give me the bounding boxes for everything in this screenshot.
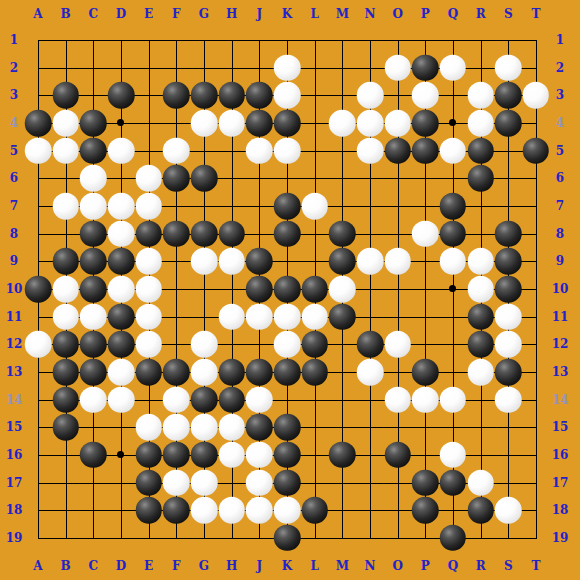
- intersection-O6[interactable]: [384, 165, 412, 193]
- intersection-L2[interactable]: [301, 54, 329, 82]
- intersection-F12[interactable]: [163, 331, 191, 359]
- intersection-G15[interactable]: [190, 413, 218, 441]
- intersection-T3[interactable]: [522, 82, 550, 110]
- intersection-F9[interactable]: [163, 248, 191, 276]
- intersection-J2[interactable]: [246, 54, 274, 82]
- intersection-E6[interactable]: [135, 165, 163, 193]
- intersection-A5[interactable]: [24, 137, 52, 165]
- intersection-E18[interactable]: [135, 496, 163, 524]
- intersection-R4[interactable]: [467, 109, 495, 137]
- intersection-B19[interactable]: [52, 524, 80, 552]
- intersection-N5[interactable]: [356, 137, 384, 165]
- intersection-B14[interactable]: [52, 386, 80, 414]
- intersection-T10[interactable]: [522, 275, 550, 303]
- intersection-T14[interactable]: [522, 386, 550, 414]
- intersection-L3[interactable]: [301, 82, 329, 110]
- intersection-P11[interactable]: [411, 303, 439, 331]
- intersection-R15[interactable]: [467, 413, 495, 441]
- intersection-S7[interactable]: [494, 192, 522, 220]
- intersection-C15[interactable]: [80, 413, 108, 441]
- intersection-N18[interactable]: [356, 496, 384, 524]
- intersection-C7[interactable]: [80, 192, 108, 220]
- intersection-R13[interactable]: [467, 358, 495, 386]
- intersection-T17[interactable]: [522, 469, 550, 497]
- intersection-E14[interactable]: [135, 386, 163, 414]
- intersection-G2[interactable]: [190, 54, 218, 82]
- intersection-O19[interactable]: [384, 524, 412, 552]
- intersection-A15[interactable]: [24, 413, 52, 441]
- intersection-G16[interactable]: [190, 441, 218, 469]
- intersection-C5[interactable]: [80, 137, 108, 165]
- intersection-E12[interactable]: [135, 331, 163, 359]
- intersection-R3[interactable]: [467, 82, 495, 110]
- intersection-D15[interactable]: [107, 413, 135, 441]
- intersection-L14[interactable]: [301, 386, 329, 414]
- intersection-A17[interactable]: [24, 469, 52, 497]
- intersection-F4[interactable]: [163, 109, 191, 137]
- intersection-R10[interactable]: [467, 275, 495, 303]
- intersection-L10[interactable]: [301, 275, 329, 303]
- intersection-E8[interactable]: [135, 220, 163, 248]
- intersection-E1[interactable]: [135, 26, 163, 54]
- intersection-K8[interactable]: [273, 220, 301, 248]
- intersection-E11[interactable]: [135, 303, 163, 331]
- intersection-R5[interactable]: [467, 137, 495, 165]
- intersection-N7[interactable]: [356, 192, 384, 220]
- intersection-A6[interactable]: [24, 165, 52, 193]
- intersection-P19[interactable]: [411, 524, 439, 552]
- intersection-A7[interactable]: [24, 192, 52, 220]
- intersection-B9[interactable]: [52, 248, 80, 276]
- intersection-G17[interactable]: [190, 469, 218, 497]
- intersection-G1[interactable]: [190, 26, 218, 54]
- intersection-D17[interactable]: [107, 469, 135, 497]
- intersection-G18[interactable]: [190, 496, 218, 524]
- intersection-H1[interactable]: [218, 26, 246, 54]
- intersection-J4[interactable]: [246, 109, 274, 137]
- intersection-T8[interactable]: [522, 220, 550, 248]
- intersection-K12[interactable]: [273, 331, 301, 359]
- intersection-B17[interactable]: [52, 469, 80, 497]
- intersection-N19[interactable]: [356, 524, 384, 552]
- intersection-F8[interactable]: [163, 220, 191, 248]
- intersection-H2[interactable]: [218, 54, 246, 82]
- intersection-E17[interactable]: [135, 469, 163, 497]
- intersection-F10[interactable]: [163, 275, 191, 303]
- intersection-L7[interactable]: [301, 192, 329, 220]
- intersection-L17[interactable]: [301, 469, 329, 497]
- intersection-E3[interactable]: [135, 82, 163, 110]
- intersection-Q12[interactable]: [439, 331, 467, 359]
- intersection-G12[interactable]: [190, 331, 218, 359]
- intersection-F2[interactable]: [163, 54, 191, 82]
- intersection-R17[interactable]: [467, 469, 495, 497]
- intersection-M14[interactable]: [329, 386, 357, 414]
- intersection-G10[interactable]: [190, 275, 218, 303]
- intersection-F1[interactable]: [163, 26, 191, 54]
- intersection-C6[interactable]: [80, 165, 108, 193]
- intersection-S9[interactable]: [494, 248, 522, 276]
- intersection-Q3[interactable]: [439, 82, 467, 110]
- intersection-P3[interactable]: [411, 82, 439, 110]
- intersection-T2[interactable]: [522, 54, 550, 82]
- intersection-J5[interactable]: [246, 137, 274, 165]
- intersection-K14[interactable]: [273, 386, 301, 414]
- intersection-M7[interactable]: [329, 192, 357, 220]
- intersection-J6[interactable]: [246, 165, 274, 193]
- intersection-R14[interactable]: [467, 386, 495, 414]
- intersection-D9[interactable]: [107, 248, 135, 276]
- intersection-P14[interactable]: [411, 386, 439, 414]
- intersection-R11[interactable]: [467, 303, 495, 331]
- intersection-S6[interactable]: [494, 165, 522, 193]
- intersection-N9[interactable]: [356, 248, 384, 276]
- intersection-B8[interactable]: [52, 220, 80, 248]
- intersection-G7[interactable]: [190, 192, 218, 220]
- intersection-O18[interactable]: [384, 496, 412, 524]
- intersection-R9[interactable]: [467, 248, 495, 276]
- intersection-S4[interactable]: [494, 109, 522, 137]
- intersection-H8[interactable]: [218, 220, 246, 248]
- intersection-B3[interactable]: [52, 82, 80, 110]
- intersection-N17[interactable]: [356, 469, 384, 497]
- intersection-T6[interactable]: [522, 165, 550, 193]
- intersection-N16[interactable]: [356, 441, 384, 469]
- intersection-G14[interactable]: [190, 386, 218, 414]
- intersection-G5[interactable]: [190, 137, 218, 165]
- intersection-G13[interactable]: [190, 358, 218, 386]
- intersection-E16[interactable]: [135, 441, 163, 469]
- intersection-B1[interactable]: [52, 26, 80, 54]
- intersection-D4[interactable]: [107, 109, 135, 137]
- intersection-J18[interactable]: [246, 496, 274, 524]
- intersection-O14[interactable]: [384, 386, 412, 414]
- intersection-E4[interactable]: [135, 109, 163, 137]
- intersection-C3[interactable]: [80, 82, 108, 110]
- intersection-R2[interactable]: [467, 54, 495, 82]
- intersection-D5[interactable]: [107, 137, 135, 165]
- intersection-D6[interactable]: [107, 165, 135, 193]
- intersection-A16[interactable]: [24, 441, 52, 469]
- intersection-O7[interactable]: [384, 192, 412, 220]
- intersection-L8[interactable]: [301, 220, 329, 248]
- intersection-F11[interactable]: [163, 303, 191, 331]
- intersection-C19[interactable]: [80, 524, 108, 552]
- intersection-C10[interactable]: [80, 275, 108, 303]
- intersection-M8[interactable]: [329, 220, 357, 248]
- intersection-P15[interactable]: [411, 413, 439, 441]
- intersection-G4[interactable]: [190, 109, 218, 137]
- intersection-L1[interactable]: [301, 26, 329, 54]
- intersection-B12[interactable]: [52, 331, 80, 359]
- intersection-K2[interactable]: [273, 54, 301, 82]
- intersection-K16[interactable]: [273, 441, 301, 469]
- intersection-L9[interactable]: [301, 248, 329, 276]
- intersection-D7[interactable]: [107, 192, 135, 220]
- intersection-S15[interactable]: [494, 413, 522, 441]
- intersection-S1[interactable]: [494, 26, 522, 54]
- intersection-T7[interactable]: [522, 192, 550, 220]
- intersection-H15[interactable]: [218, 413, 246, 441]
- intersection-J8[interactable]: [246, 220, 274, 248]
- intersection-M10[interactable]: [329, 275, 357, 303]
- intersection-M4[interactable]: [329, 109, 357, 137]
- intersection-M9[interactable]: [329, 248, 357, 276]
- intersection-D11[interactable]: [107, 303, 135, 331]
- intersection-Q8[interactable]: [439, 220, 467, 248]
- intersection-B2[interactable]: [52, 54, 80, 82]
- intersection-N10[interactable]: [356, 275, 384, 303]
- intersection-Q11[interactable]: [439, 303, 467, 331]
- intersection-H19[interactable]: [218, 524, 246, 552]
- intersection-C13[interactable]: [80, 358, 108, 386]
- intersection-M5[interactable]: [329, 137, 357, 165]
- intersection-K9[interactable]: [273, 248, 301, 276]
- intersection-P10[interactable]: [411, 275, 439, 303]
- intersection-Q19[interactable]: [439, 524, 467, 552]
- intersection-G3[interactable]: [190, 82, 218, 110]
- intersection-Q2[interactable]: [439, 54, 467, 82]
- intersection-A4[interactable]: [24, 109, 52, 137]
- intersection-J16[interactable]: [246, 441, 274, 469]
- intersection-F18[interactable]: [163, 496, 191, 524]
- intersection-P1[interactable]: [411, 26, 439, 54]
- intersection-F17[interactable]: [163, 469, 191, 497]
- intersection-O1[interactable]: [384, 26, 412, 54]
- intersection-D1[interactable]: [107, 26, 135, 54]
- intersection-H7[interactable]: [218, 192, 246, 220]
- intersection-H12[interactable]: [218, 331, 246, 359]
- intersection-H5[interactable]: [218, 137, 246, 165]
- intersection-F5[interactable]: [163, 137, 191, 165]
- intersection-J19[interactable]: [246, 524, 274, 552]
- intersection-C1[interactable]: [80, 26, 108, 54]
- intersection-J7[interactable]: [246, 192, 274, 220]
- intersection-E2[interactable]: [135, 54, 163, 82]
- intersection-J12[interactable]: [246, 331, 274, 359]
- intersection-P6[interactable]: [411, 165, 439, 193]
- intersection-R16[interactable]: [467, 441, 495, 469]
- intersection-Q6[interactable]: [439, 165, 467, 193]
- intersection-A19[interactable]: [24, 524, 52, 552]
- intersection-B15[interactable]: [52, 413, 80, 441]
- intersection-S19[interactable]: [494, 524, 522, 552]
- intersection-J1[interactable]: [246, 26, 274, 54]
- intersection-N15[interactable]: [356, 413, 384, 441]
- intersection-G9[interactable]: [190, 248, 218, 276]
- intersection-P18[interactable]: [411, 496, 439, 524]
- intersection-G6[interactable]: [190, 165, 218, 193]
- intersection-S3[interactable]: [494, 82, 522, 110]
- intersection-E9[interactable]: [135, 248, 163, 276]
- intersection-B13[interactable]: [52, 358, 80, 386]
- intersection-A2[interactable]: [24, 54, 52, 82]
- intersection-F16[interactable]: [163, 441, 191, 469]
- intersection-D8[interactable]: [107, 220, 135, 248]
- intersection-M15[interactable]: [329, 413, 357, 441]
- intersection-Q17[interactable]: [439, 469, 467, 497]
- intersection-T13[interactable]: [522, 358, 550, 386]
- intersection-O15[interactable]: [384, 413, 412, 441]
- intersection-J11[interactable]: [246, 303, 274, 331]
- intersection-E19[interactable]: [135, 524, 163, 552]
- intersection-E5[interactable]: [135, 137, 163, 165]
- intersection-C4[interactable]: [80, 109, 108, 137]
- intersection-T18[interactable]: [522, 496, 550, 524]
- intersection-A8[interactable]: [24, 220, 52, 248]
- intersection-M3[interactable]: [329, 82, 357, 110]
- intersection-A11[interactable]: [24, 303, 52, 331]
- intersection-Q9[interactable]: [439, 248, 467, 276]
- intersection-J14[interactable]: [246, 386, 274, 414]
- intersection-O8[interactable]: [384, 220, 412, 248]
- intersection-T15[interactable]: [522, 413, 550, 441]
- intersection-T1[interactable]: [522, 26, 550, 54]
- intersection-N13[interactable]: [356, 358, 384, 386]
- intersection-O12[interactable]: [384, 331, 412, 359]
- intersection-O9[interactable]: [384, 248, 412, 276]
- intersection-M19[interactable]: [329, 524, 357, 552]
- intersection-Q4[interactable]: [439, 109, 467, 137]
- intersection-L4[interactable]: [301, 109, 329, 137]
- intersection-D18[interactable]: [107, 496, 135, 524]
- intersection-M11[interactable]: [329, 303, 357, 331]
- intersection-O13[interactable]: [384, 358, 412, 386]
- intersection-B4[interactable]: [52, 109, 80, 137]
- intersection-C14[interactable]: [80, 386, 108, 414]
- intersection-M17[interactable]: [329, 469, 357, 497]
- intersection-K5[interactable]: [273, 137, 301, 165]
- intersection-M18[interactable]: [329, 496, 357, 524]
- intersection-D10[interactable]: [107, 275, 135, 303]
- intersection-N11[interactable]: [356, 303, 384, 331]
- intersection-D12[interactable]: [107, 331, 135, 359]
- intersection-Q1[interactable]: [439, 26, 467, 54]
- intersection-G8[interactable]: [190, 220, 218, 248]
- intersection-Q7[interactable]: [439, 192, 467, 220]
- intersection-E10[interactable]: [135, 275, 163, 303]
- intersection-P16[interactable]: [411, 441, 439, 469]
- intersection-B5[interactable]: [52, 137, 80, 165]
- intersection-J3[interactable]: [246, 82, 274, 110]
- intersection-Q14[interactable]: [439, 386, 467, 414]
- intersection-C2[interactable]: [80, 54, 108, 82]
- intersection-A12[interactable]: [24, 331, 52, 359]
- intersection-D14[interactable]: [107, 386, 135, 414]
- intersection-D19[interactable]: [107, 524, 135, 552]
- intersection-A3[interactable]: [24, 82, 52, 110]
- intersection-F6[interactable]: [163, 165, 191, 193]
- intersection-E15[interactable]: [135, 413, 163, 441]
- intersection-A18[interactable]: [24, 496, 52, 524]
- intersection-S2[interactable]: [494, 54, 522, 82]
- intersection-C8[interactable]: [80, 220, 108, 248]
- intersection-P13[interactable]: [411, 358, 439, 386]
- intersection-H13[interactable]: [218, 358, 246, 386]
- intersection-H11[interactable]: [218, 303, 246, 331]
- intersection-P12[interactable]: [411, 331, 439, 359]
- intersection-S11[interactable]: [494, 303, 522, 331]
- intersection-O5[interactable]: [384, 137, 412, 165]
- intersection-H16[interactable]: [218, 441, 246, 469]
- intersection-O11[interactable]: [384, 303, 412, 331]
- intersection-M2[interactable]: [329, 54, 357, 82]
- intersection-H4[interactable]: [218, 109, 246, 137]
- intersection-O2[interactable]: [384, 54, 412, 82]
- intersection-T5[interactable]: [522, 137, 550, 165]
- intersection-D2[interactable]: [107, 54, 135, 82]
- intersection-P9[interactable]: [411, 248, 439, 276]
- intersection-M1[interactable]: [329, 26, 357, 54]
- intersection-O3[interactable]: [384, 82, 412, 110]
- intersection-K7[interactable]: [273, 192, 301, 220]
- intersection-F14[interactable]: [163, 386, 191, 414]
- intersection-Q5[interactable]: [439, 137, 467, 165]
- intersection-B7[interactable]: [52, 192, 80, 220]
- intersection-S16[interactable]: [494, 441, 522, 469]
- intersection-S10[interactable]: [494, 275, 522, 303]
- intersection-P8[interactable]: [411, 220, 439, 248]
- intersection-M16[interactable]: [329, 441, 357, 469]
- intersection-L6[interactable]: [301, 165, 329, 193]
- intersection-R18[interactable]: [467, 496, 495, 524]
- intersection-B6[interactable]: [52, 165, 80, 193]
- intersection-D16[interactable]: [107, 441, 135, 469]
- intersection-T12[interactable]: [522, 331, 550, 359]
- intersection-K3[interactable]: [273, 82, 301, 110]
- intersection-P4[interactable]: [411, 109, 439, 137]
- intersection-H6[interactable]: [218, 165, 246, 193]
- intersection-N6[interactable]: [356, 165, 384, 193]
- intersection-A1[interactable]: [24, 26, 52, 54]
- intersection-P2[interactable]: [411, 54, 439, 82]
- intersection-O10[interactable]: [384, 275, 412, 303]
- intersection-R1[interactable]: [467, 26, 495, 54]
- intersection-J10[interactable]: [246, 275, 274, 303]
- intersection-F7[interactable]: [163, 192, 191, 220]
- intersection-H14[interactable]: [218, 386, 246, 414]
- intersection-Q15[interactable]: [439, 413, 467, 441]
- intersection-S14[interactable]: [494, 386, 522, 414]
- intersection-F3[interactable]: [163, 82, 191, 110]
- intersection-L19[interactable]: [301, 524, 329, 552]
- intersection-B16[interactable]: [52, 441, 80, 469]
- intersection-L18[interactable]: [301, 496, 329, 524]
- intersection-L15[interactable]: [301, 413, 329, 441]
- intersection-B11[interactable]: [52, 303, 80, 331]
- intersection-M12[interactable]: [329, 331, 357, 359]
- intersection-O17[interactable]: [384, 469, 412, 497]
- intersection-J13[interactable]: [246, 358, 274, 386]
- intersection-H17[interactable]: [218, 469, 246, 497]
- intersection-F13[interactable]: [163, 358, 191, 386]
- intersection-K18[interactable]: [273, 496, 301, 524]
- intersection-H3[interactable]: [218, 82, 246, 110]
- intersection-D13[interactable]: [107, 358, 135, 386]
- intersection-J15[interactable]: [246, 413, 274, 441]
- intersection-N12[interactable]: [356, 331, 384, 359]
- intersection-H18[interactable]: [218, 496, 246, 524]
- intersection-N4[interactable]: [356, 109, 384, 137]
- intersection-C12[interactable]: [80, 331, 108, 359]
- intersection-G19[interactable]: [190, 524, 218, 552]
- intersection-L16[interactable]: [301, 441, 329, 469]
- intersection-T11[interactable]: [522, 303, 550, 331]
- intersection-F15[interactable]: [163, 413, 191, 441]
- intersection-G11[interactable]: [190, 303, 218, 331]
- intersection-P17[interactable]: [411, 469, 439, 497]
- intersection-S8[interactable]: [494, 220, 522, 248]
